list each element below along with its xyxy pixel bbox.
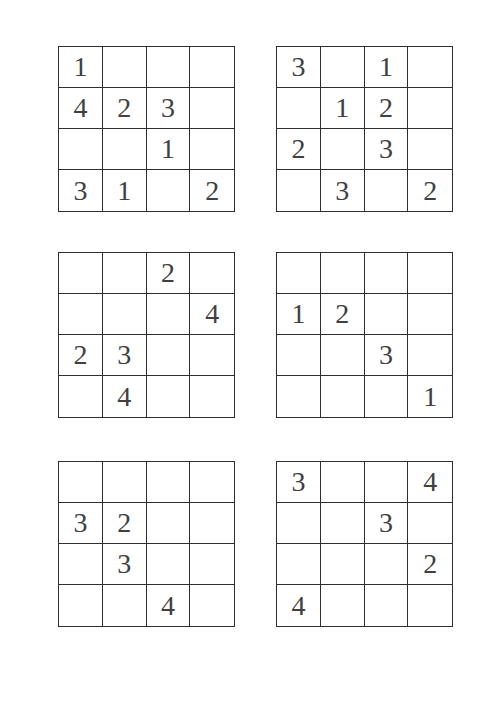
sudoku-grid-6: 3 4 3 2 4 xyxy=(276,461,453,627)
g1-r3c3: 1 xyxy=(147,129,191,170)
g3-r4c3 xyxy=(147,376,191,417)
g3-r3c3 xyxy=(147,335,191,376)
g3-r1c4 xyxy=(190,253,234,294)
g5-r1c2 xyxy=(103,462,147,503)
g1-r3c2 xyxy=(103,129,147,170)
g6-r3c4: 2 xyxy=(408,544,452,585)
g2-r4c1 xyxy=(277,170,321,211)
g3-r4c1 xyxy=(59,376,103,417)
g5-r2c3 xyxy=(147,503,191,544)
g1-r4c3 xyxy=(147,170,191,211)
g1-r2c2: 2 xyxy=(103,88,147,129)
g2-r4c3 xyxy=(365,170,409,211)
g3-r1c1 xyxy=(59,253,103,294)
g3-r3c1: 2 xyxy=(59,335,103,376)
g6-r4c2 xyxy=(321,585,365,626)
g6-r3c2 xyxy=(321,544,365,585)
g5-r4c4 xyxy=(190,585,234,626)
g2-r4c2: 3 xyxy=(321,170,365,211)
g2-r1c3: 1 xyxy=(365,47,409,88)
g3-r2c4: 4 xyxy=(190,294,234,335)
sudoku-grid-3: 2 4 2 3 4 xyxy=(58,252,235,418)
g6-r3c3 xyxy=(365,544,409,585)
g5-r1c1 xyxy=(59,462,103,503)
g3-r3c4 xyxy=(190,335,234,376)
g5-r3c2: 3 xyxy=(103,544,147,585)
g6-r2c3: 3 xyxy=(365,503,409,544)
g2-r2c3: 2 xyxy=(365,88,409,129)
worksheet-page: 1 4 2 3 1 3 1 2 3 1 1 2 2 3 3 2 xyxy=(0,0,502,704)
g2-r1c4 xyxy=(408,47,452,88)
g2-r1c2 xyxy=(321,47,365,88)
sudoku-grid-5: 3 2 3 4 xyxy=(58,461,235,627)
g3-r4c2: 4 xyxy=(103,376,147,417)
g5-r2c1: 3 xyxy=(59,503,103,544)
g1-r4c1: 3 xyxy=(59,170,103,211)
g2-r2c2: 1 xyxy=(321,88,365,129)
g5-r3c1 xyxy=(59,544,103,585)
g1-r1c2 xyxy=(103,47,147,88)
g1-r2c1: 4 xyxy=(59,88,103,129)
g5-r4c1 xyxy=(59,585,103,626)
g1-r1c1: 1 xyxy=(59,47,103,88)
g6-r1c4: 4 xyxy=(408,462,452,503)
g1-r4c4: 2 xyxy=(190,170,234,211)
g2-r3c4 xyxy=(408,129,452,170)
g1-r1c4 xyxy=(190,47,234,88)
g2-r2c1 xyxy=(277,88,321,129)
g6-r1c3 xyxy=(365,462,409,503)
g4-r4c4: 1 xyxy=(408,376,452,417)
g5-r1c4 xyxy=(190,462,234,503)
g5-r2c2: 2 xyxy=(103,503,147,544)
g2-r3c1: 2 xyxy=(277,129,321,170)
g1-r3c1 xyxy=(59,129,103,170)
g2-r1c1: 3 xyxy=(277,47,321,88)
g3-r1c3: 2 xyxy=(147,253,191,294)
g6-r4c1: 4 xyxy=(277,585,321,626)
g5-r1c3 xyxy=(147,462,191,503)
g4-r1c2 xyxy=(321,253,365,294)
g3-r2c2 xyxy=(103,294,147,335)
g3-r2c3 xyxy=(147,294,191,335)
g5-r4c2 xyxy=(103,585,147,626)
sudoku-grid-2: 3 1 1 2 2 3 3 2 xyxy=(276,46,453,212)
g4-r3c3: 3 xyxy=(365,335,409,376)
g5-r3c3 xyxy=(147,544,191,585)
g5-r3c4 xyxy=(190,544,234,585)
sudoku-grid-1: 1 4 2 3 1 3 1 2 xyxy=(58,46,235,212)
g3-r2c1 xyxy=(59,294,103,335)
g6-r4c4 xyxy=(408,585,452,626)
g1-r3c4 xyxy=(190,129,234,170)
g3-r3c2: 3 xyxy=(103,335,147,376)
g4-r1c4 xyxy=(408,253,452,294)
g4-r2c4 xyxy=(408,294,452,335)
g2-r3c3: 3 xyxy=(365,129,409,170)
g1-r2c3: 3 xyxy=(147,88,191,129)
g4-r4c3 xyxy=(365,376,409,417)
g6-r4c3 xyxy=(365,585,409,626)
g5-r2c4 xyxy=(190,503,234,544)
g6-r1c1: 3 xyxy=(277,462,321,503)
g6-r2c1 xyxy=(277,503,321,544)
g4-r4c1 xyxy=(277,376,321,417)
g1-r4c2: 1 xyxy=(103,170,147,211)
g2-r3c2 xyxy=(321,129,365,170)
g4-r3c4 xyxy=(408,335,452,376)
g4-r1c3 xyxy=(365,253,409,294)
g3-r1c2 xyxy=(103,253,147,294)
sudoku-grid-4: 1 2 3 1 xyxy=(276,252,453,418)
g1-r1c3 xyxy=(147,47,191,88)
g6-r3c1 xyxy=(277,544,321,585)
g5-r4c3: 4 xyxy=(147,585,191,626)
g4-r2c1: 1 xyxy=(277,294,321,335)
g4-r4c2 xyxy=(321,376,365,417)
g4-r3c2 xyxy=(321,335,365,376)
g2-r2c4 xyxy=(408,88,452,129)
g2-r4c4: 2 xyxy=(408,170,452,211)
g4-r3c1 xyxy=(277,335,321,376)
g6-r1c2 xyxy=(321,462,365,503)
g3-r4c4 xyxy=(190,376,234,417)
g6-r2c4 xyxy=(408,503,452,544)
g4-r2c3 xyxy=(365,294,409,335)
g1-r2c4 xyxy=(190,88,234,129)
g4-r1c1 xyxy=(277,253,321,294)
g4-r2c2: 2 xyxy=(321,294,365,335)
g6-r2c2 xyxy=(321,503,365,544)
